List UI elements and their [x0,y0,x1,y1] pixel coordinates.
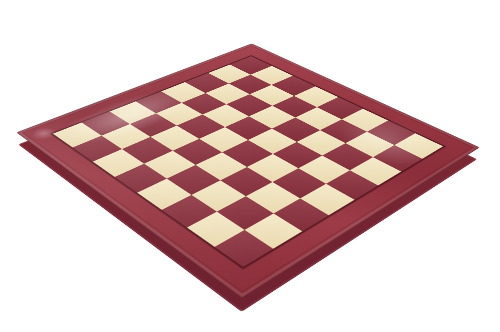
square-h8 [214,229,273,266]
square-c7 [122,137,172,163]
square-g7 [217,196,273,229]
square-e7 [167,165,220,195]
square-f4 [273,142,323,169]
square-d6 [172,138,222,165]
square-h4 [326,170,379,200]
square-g4 [298,155,349,183]
square-d8 [114,163,167,192]
square-g6 [246,182,300,213]
square-f5 [247,154,298,182]
square-h7 [245,213,303,248]
square-h3 [350,157,401,185]
square-f7 [192,180,246,211]
square-g3 [323,143,373,170]
square-f8 [161,194,217,227]
product-photo [0,0,500,332]
square-h5 [300,184,354,215]
chess-board [16,44,480,299]
square-g5 [273,168,326,198]
square-c8 [93,149,144,177]
square-b8 [72,135,122,161]
square-e8 [137,178,191,209]
square-g8 [187,211,245,246]
square-h6 [273,198,329,231]
board-grid [53,56,443,267]
board-scene [0,0,500,332]
board-frame [16,44,480,299]
square-e5 [222,140,272,167]
square-d7 [144,151,195,179]
square-h2 [373,145,423,172]
square-f6 [220,167,273,197]
square-e6 [196,152,247,180]
